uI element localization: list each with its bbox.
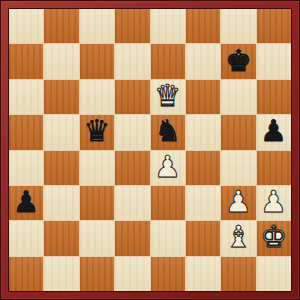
black-queen[interactable]: ♛ [83, 116, 110, 146]
square-h1[interactable] [257, 257, 291, 291]
white-pawn[interactable]: ♟ [260, 187, 287, 217]
square-f5[interactable] [186, 115, 220, 149]
square-d3[interactable] [115, 186, 149, 220]
square-b6[interactable] [44, 80, 78, 114]
square-d4[interactable] [115, 151, 149, 185]
square-d6[interactable] [115, 80, 149, 114]
square-h6[interactable] [257, 80, 291, 114]
chess-board: ♚♛♛♞♟♟♟♟♟♝♚ [8, 8, 292, 292]
square-c6[interactable] [80, 80, 114, 114]
square-a8[interactable] [9, 9, 43, 43]
square-g2[interactable]: ♝ [221, 221, 255, 255]
square-a1[interactable] [9, 257, 43, 291]
square-h2[interactable]: ♚ [257, 221, 291, 255]
square-e2[interactable] [151, 221, 185, 255]
square-d2[interactable] [115, 221, 149, 255]
square-h5[interactable]: ♟ [257, 115, 291, 149]
square-d7[interactable] [115, 44, 149, 78]
square-h3[interactable]: ♟ [257, 186, 291, 220]
square-b8[interactable] [44, 9, 78, 43]
square-b7[interactable] [44, 44, 78, 78]
square-a4[interactable] [9, 151, 43, 185]
square-g1[interactable] [221, 257, 255, 291]
chess-app: ♚♛♛♞♟♟♟♟♟♝♚ [0, 0, 300, 300]
square-f3[interactable] [186, 186, 220, 220]
white-queen[interactable]: ♛ [154, 81, 181, 111]
white-pawn[interactable]: ♟ [154, 152, 181, 182]
square-c1[interactable] [80, 257, 114, 291]
square-f6[interactable] [186, 80, 220, 114]
square-g6[interactable] [221, 80, 255, 114]
square-e4[interactable]: ♟ [151, 151, 185, 185]
square-g5[interactable] [221, 115, 255, 149]
square-g7[interactable]: ♚ [221, 44, 255, 78]
square-c8[interactable] [80, 9, 114, 43]
black-pawn[interactable]: ♟ [13, 187, 40, 217]
square-d8[interactable] [115, 9, 149, 43]
white-pawn[interactable]: ♟ [225, 187, 252, 217]
square-a5[interactable] [9, 115, 43, 149]
square-c2[interactable] [80, 221, 114, 255]
square-b3[interactable] [44, 186, 78, 220]
square-d1[interactable] [115, 257, 149, 291]
square-h7[interactable] [257, 44, 291, 78]
square-a2[interactable] [9, 221, 43, 255]
black-knight[interactable]: ♞ [154, 116, 181, 146]
square-g8[interactable] [221, 9, 255, 43]
board-frame: ♚♛♛♞♟♟♟♟♟♝♚ [0, 0, 300, 300]
square-g3[interactable]: ♟ [221, 186, 255, 220]
square-b4[interactable] [44, 151, 78, 185]
square-e3[interactable] [151, 186, 185, 220]
square-e8[interactable] [151, 9, 185, 43]
square-a6[interactable] [9, 80, 43, 114]
white-king[interactable]: ♚ [260, 222, 287, 252]
square-e6[interactable]: ♛ [151, 80, 185, 114]
square-f4[interactable] [186, 151, 220, 185]
square-c4[interactable] [80, 151, 114, 185]
square-g4[interactable] [221, 151, 255, 185]
square-c7[interactable] [80, 44, 114, 78]
square-a3[interactable]: ♟ [9, 186, 43, 220]
square-h4[interactable] [257, 151, 291, 185]
square-b2[interactable] [44, 221, 78, 255]
square-b5[interactable] [44, 115, 78, 149]
white-bishop[interactable]: ♝ [225, 222, 252, 252]
square-f7[interactable] [186, 44, 220, 78]
square-e1[interactable] [151, 257, 185, 291]
square-f8[interactable] [186, 9, 220, 43]
black-king[interactable]: ♚ [225, 46, 252, 76]
square-f2[interactable] [186, 221, 220, 255]
square-e7[interactable] [151, 44, 185, 78]
square-a7[interactable] [9, 44, 43, 78]
square-c3[interactable] [80, 186, 114, 220]
square-e5[interactable]: ♞ [151, 115, 185, 149]
square-b1[interactable] [44, 257, 78, 291]
square-c5[interactable]: ♛ [80, 115, 114, 149]
square-d5[interactable] [115, 115, 149, 149]
black-pawn[interactable]: ♟ [260, 116, 287, 146]
square-h8[interactable] [257, 9, 291, 43]
square-f1[interactable] [186, 257, 220, 291]
